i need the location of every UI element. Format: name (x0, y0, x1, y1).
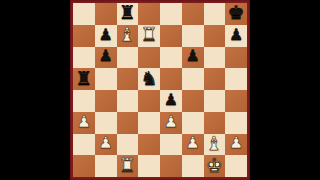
square-a6 (73, 47, 95, 69)
square-g7 (204, 25, 226, 47)
black-pawn-b6: ♟ (98, 48, 112, 64)
square-e8 (160, 3, 182, 25)
square-c7: ♝ (117, 25, 139, 47)
letterbox-right (250, 0, 320, 180)
black-rook-c8: ♜ (119, 3, 136, 22)
square-h5 (225, 68, 247, 90)
white-pawn-e3: ♟ (164, 114, 178, 130)
square-h7: ♟ (225, 25, 247, 47)
square-b6: ♟ (95, 47, 117, 69)
black-knight-d5: ♞ (141, 69, 158, 88)
square-d2 (138, 134, 160, 156)
black-pawn-b7: ♟ (98, 27, 112, 43)
square-a2 (73, 134, 95, 156)
white-pawn-a3: ♟ (77, 114, 91, 130)
square-a8 (73, 3, 95, 25)
square-c6 (117, 47, 139, 69)
chess-board: ♜♚♟♝♜♟♟♟♜♞♟♟♟♟♟♝♟♜♚ (73, 3, 247, 177)
black-pawn-f6: ♟ (185, 48, 199, 64)
square-f8 (182, 3, 204, 25)
square-d4 (138, 90, 160, 112)
square-h3 (225, 112, 247, 134)
square-h8: ♚ (225, 3, 247, 25)
square-a3: ♟ (73, 112, 95, 134)
square-g4 (204, 90, 226, 112)
square-d3 (138, 112, 160, 134)
square-f1 (182, 155, 204, 177)
square-f2: ♟ (182, 134, 204, 156)
square-f3 (182, 112, 204, 134)
square-e7 (160, 25, 182, 47)
square-c1: ♜ (117, 155, 139, 177)
white-king-g1: ♚ (206, 156, 223, 175)
black-pawn-h7: ♟ (229, 27, 243, 43)
square-e2 (160, 134, 182, 156)
white-bishop-g2: ♝ (206, 134, 223, 153)
square-d1 (138, 155, 160, 177)
square-g3 (204, 112, 226, 134)
square-b8 (95, 3, 117, 25)
square-b4 (95, 90, 117, 112)
square-b2: ♟ (95, 134, 117, 156)
square-c4 (117, 90, 139, 112)
square-h4 (225, 90, 247, 112)
chess-board-frame: ♜♚♟♝♜♟♟♟♜♞♟♟♟♟♟♝♟♜♚ (70, 0, 250, 180)
white-pawn-f2: ♟ (185, 135, 199, 151)
square-g6 (204, 47, 226, 69)
square-g2: ♝ (204, 134, 226, 156)
letterbox-left (0, 0, 70, 180)
white-pawn-h2: ♟ (229, 135, 243, 151)
square-b1 (95, 155, 117, 177)
black-king-h8: ♚ (228, 3, 245, 22)
white-rook-c1: ♜ (119, 156, 136, 175)
square-c8: ♜ (117, 3, 139, 25)
square-g8 (204, 3, 226, 25)
square-b7: ♟ (95, 25, 117, 47)
square-e1 (160, 155, 182, 177)
square-a1 (73, 155, 95, 177)
square-b5 (95, 68, 117, 90)
white-pawn-b2: ♟ (98, 135, 112, 151)
square-e6 (160, 47, 182, 69)
square-c5 (117, 68, 139, 90)
square-h2: ♟ (225, 134, 247, 156)
black-pawn-e4: ♟ (164, 92, 178, 108)
square-d8 (138, 3, 160, 25)
square-d7: ♜ (138, 25, 160, 47)
square-h6 (225, 47, 247, 69)
square-e4: ♟ (160, 90, 182, 112)
square-c3 (117, 112, 139, 134)
square-f7 (182, 25, 204, 47)
square-a4 (73, 90, 95, 112)
square-g5 (204, 68, 226, 90)
square-d6 (138, 47, 160, 69)
square-f4 (182, 90, 204, 112)
square-h1 (225, 155, 247, 177)
square-e3: ♟ (160, 112, 182, 134)
white-rook-d7: ♜ (141, 25, 158, 44)
square-g1: ♚ (204, 155, 226, 177)
square-d5: ♞ (138, 68, 160, 90)
square-f6: ♟ (182, 47, 204, 69)
square-a5: ♜ (73, 68, 95, 90)
square-a7 (73, 25, 95, 47)
square-e5 (160, 68, 182, 90)
black-rook-a5: ♜ (75, 69, 92, 88)
white-bishop-c7: ♝ (119, 25, 136, 44)
square-b3 (95, 112, 117, 134)
square-c2 (117, 134, 139, 156)
square-f5 (182, 68, 204, 90)
